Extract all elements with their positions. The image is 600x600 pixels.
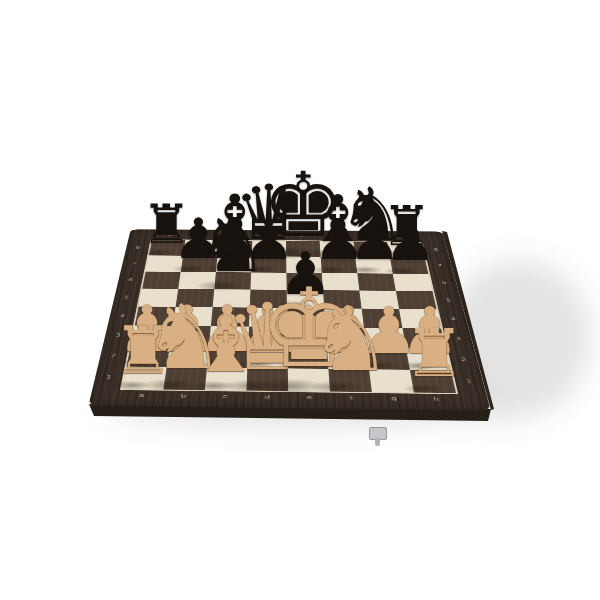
piece-white-rook-h1: ♜ xyxy=(404,315,465,392)
file-label-bottom-g: g xyxy=(383,396,404,401)
file-label-bottom-a: a xyxy=(131,393,152,398)
rank-label-right-6: 6 xyxy=(435,281,453,285)
file-label-bottom-d: d xyxy=(257,395,277,400)
file-label-bottom-c: c xyxy=(215,394,235,399)
piece-black-pawn-h7: ♟ xyxy=(384,208,436,274)
product-photo-stage: aabbccddeeffgghh1122334455667788 ♜♝♛♚♝♞♜… xyxy=(0,0,600,600)
square-h6 xyxy=(393,274,433,292)
file-label-bottom-h: h xyxy=(426,397,447,402)
rank-label-left-6: 6 xyxy=(122,278,140,282)
file-label-bottom-f: f xyxy=(341,396,362,401)
file-label-bottom-e: e xyxy=(299,395,319,400)
piece-black-knight-c6: ♞ xyxy=(197,199,269,289)
piece-white-knight-f1: ♞ xyxy=(309,287,392,392)
rank-label-left-7: 7 xyxy=(125,262,142,266)
file-label-bottom-b: b xyxy=(173,394,194,399)
